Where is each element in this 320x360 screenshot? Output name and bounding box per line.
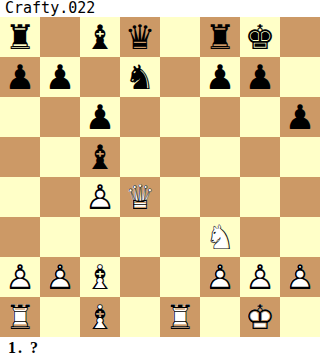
square-h3[interactable]: [280, 217, 320, 257]
square-e1[interactable]: ♜♖: [160, 297, 200, 337]
white-piece-outline: ♙: [200, 257, 240, 297]
square-e7[interactable]: [160, 57, 200, 97]
square-d5[interactable]: [120, 137, 160, 177]
square-b7[interactable]: ♟: [40, 57, 80, 97]
black-pawn[interactable]: ♟: [280, 97, 320, 137]
white-piece-outline: ♙: [80, 177, 120, 217]
square-g3[interactable]: [240, 217, 280, 257]
square-d2[interactable]: [120, 257, 160, 297]
square-g1[interactable]: ♚♔: [240, 297, 280, 337]
square-b2[interactable]: ♟♙: [40, 257, 80, 297]
square-b8[interactable]: [40, 17, 80, 57]
black-pawn[interactable]: ♟: [80, 97, 120, 137]
black-pawn[interactable]: ♟: [0, 57, 40, 97]
square-f7[interactable]: ♟: [200, 57, 240, 97]
black-queen[interactable]: ♛: [120, 17, 160, 57]
square-e4[interactable]: [160, 177, 200, 217]
white-knight[interactable]: ♞♘: [200, 217, 240, 257]
square-d7[interactable]: ♞: [120, 57, 160, 97]
black-bishop[interactable]: ♝: [80, 17, 120, 57]
white-piece-outline: ♘: [200, 217, 240, 257]
square-b3[interactable]: [40, 217, 80, 257]
square-f2[interactable]: ♟♙: [200, 257, 240, 297]
square-h4[interactable]: [280, 177, 320, 217]
square-e5[interactable]: [160, 137, 200, 177]
square-b4[interactable]: [40, 177, 80, 217]
square-c2[interactable]: ♝♗: [80, 257, 120, 297]
black-pawn[interactable]: ♟: [200, 57, 240, 97]
square-a2[interactable]: ♟♙: [0, 257, 40, 297]
square-g4[interactable]: [240, 177, 280, 217]
square-c1[interactable]: ♝♗: [80, 297, 120, 337]
square-f1[interactable]: [200, 297, 240, 337]
white-piece-outline: ♙: [280, 257, 320, 297]
square-a4[interactable]: [0, 177, 40, 217]
square-b5[interactable]: [40, 137, 80, 177]
white-bishop[interactable]: ♝♗: [80, 257, 120, 297]
square-b6[interactable]: [40, 97, 80, 137]
square-a8[interactable]: ♜: [0, 17, 40, 57]
white-pawn[interactable]: ♟♙: [80, 177, 120, 217]
white-piece-outline: ♖: [0, 297, 40, 337]
white-pawn[interactable]: ♟♙: [40, 257, 80, 297]
white-rook[interactable]: ♜♖: [160, 297, 200, 337]
white-pawn[interactable]: ♟♙: [200, 257, 240, 297]
square-h5[interactable]: [280, 137, 320, 177]
square-g7[interactable]: ♟: [240, 57, 280, 97]
crafty-window: Crafty.022 ♜♝♛♜♚♟♟♞♟♟♟♟♝♟♙♛♕♞♘♟♙♟♙♝♗♟♙♟♙…: [0, 0, 320, 360]
square-d3[interactable]: [120, 217, 160, 257]
move-prompt: 1. ?: [0, 337, 320, 360]
square-a5[interactable]: [0, 137, 40, 177]
square-e3[interactable]: [160, 217, 200, 257]
black-knight[interactable]: ♞: [120, 57, 160, 97]
white-bishop[interactable]: ♝♗: [80, 297, 120, 337]
square-e6[interactable]: [160, 97, 200, 137]
square-d1[interactable]: [120, 297, 160, 337]
window-title: Crafty.022: [0, 0, 320, 17]
square-c8[interactable]: ♝: [80, 17, 120, 57]
square-g5[interactable]: [240, 137, 280, 177]
white-piece-outline: ♕: [120, 177, 160, 217]
square-d4[interactable]: ♛♕: [120, 177, 160, 217]
white-pawn[interactable]: ♟♙: [240, 257, 280, 297]
square-c5[interactable]: ♝: [80, 137, 120, 177]
black-pawn[interactable]: ♟: [240, 57, 280, 97]
white-piece-outline: ♔: [240, 297, 280, 337]
square-a1[interactable]: ♜♖: [0, 297, 40, 337]
square-g6[interactable]: [240, 97, 280, 137]
square-c7[interactable]: [80, 57, 120, 97]
black-rook[interactable]: ♜: [200, 17, 240, 57]
square-h8[interactable]: [280, 17, 320, 57]
white-piece-outline: ♗: [80, 297, 120, 337]
square-c6[interactable]: ♟: [80, 97, 120, 137]
square-c3[interactable]: [80, 217, 120, 257]
square-f8[interactable]: ♜: [200, 17, 240, 57]
square-g2[interactable]: ♟♙: [240, 257, 280, 297]
square-h7[interactable]: [280, 57, 320, 97]
white-queen[interactable]: ♛♕: [120, 177, 160, 217]
square-f4[interactable]: [200, 177, 240, 217]
square-e2[interactable]: [160, 257, 200, 297]
square-d8[interactable]: ♛: [120, 17, 160, 57]
square-f3[interactable]: ♞♘: [200, 217, 240, 257]
square-e8[interactable]: [160, 17, 200, 57]
square-d6[interactable]: [120, 97, 160, 137]
square-h2[interactable]: ♟♙: [280, 257, 320, 297]
square-c4[interactable]: ♟♙: [80, 177, 120, 217]
white-piece-outline: ♗: [80, 257, 120, 297]
square-a7[interactable]: ♟: [0, 57, 40, 97]
chess-board: ♜♝♛♜♚♟♟♞♟♟♟♟♝♟♙♛♕♞♘♟♙♟♙♝♗♟♙♟♙♟♙♜♖♝♗♜♖♚♔: [0, 17, 320, 337]
black-bishop[interactable]: ♝: [80, 137, 120, 177]
black-king[interactable]: ♚: [240, 17, 280, 57]
black-rook[interactable]: ♜: [0, 17, 40, 57]
square-f6[interactable]: [200, 97, 240, 137]
white-pawn[interactable]: ♟♙: [0, 257, 40, 297]
white-piece-outline: ♖: [160, 297, 200, 337]
square-h1[interactable]: [280, 297, 320, 337]
square-h6[interactable]: ♟: [280, 97, 320, 137]
white-piece-outline: ♙: [0, 257, 40, 297]
white-piece-outline: ♙: [40, 257, 80, 297]
square-f5[interactable]: [200, 137, 240, 177]
white-piece-outline: ♙: [240, 257, 280, 297]
square-a3[interactable]: [0, 217, 40, 257]
white-rook[interactable]: ♜♖: [0, 297, 40, 337]
white-pawn[interactable]: ♟♙: [280, 257, 320, 297]
square-b1[interactable]: [40, 297, 80, 337]
square-a6[interactable]: [0, 97, 40, 137]
black-pawn[interactable]: ♟: [40, 57, 80, 97]
white-king[interactable]: ♚♔: [240, 297, 280, 337]
square-g8[interactable]: ♚: [240, 17, 280, 57]
